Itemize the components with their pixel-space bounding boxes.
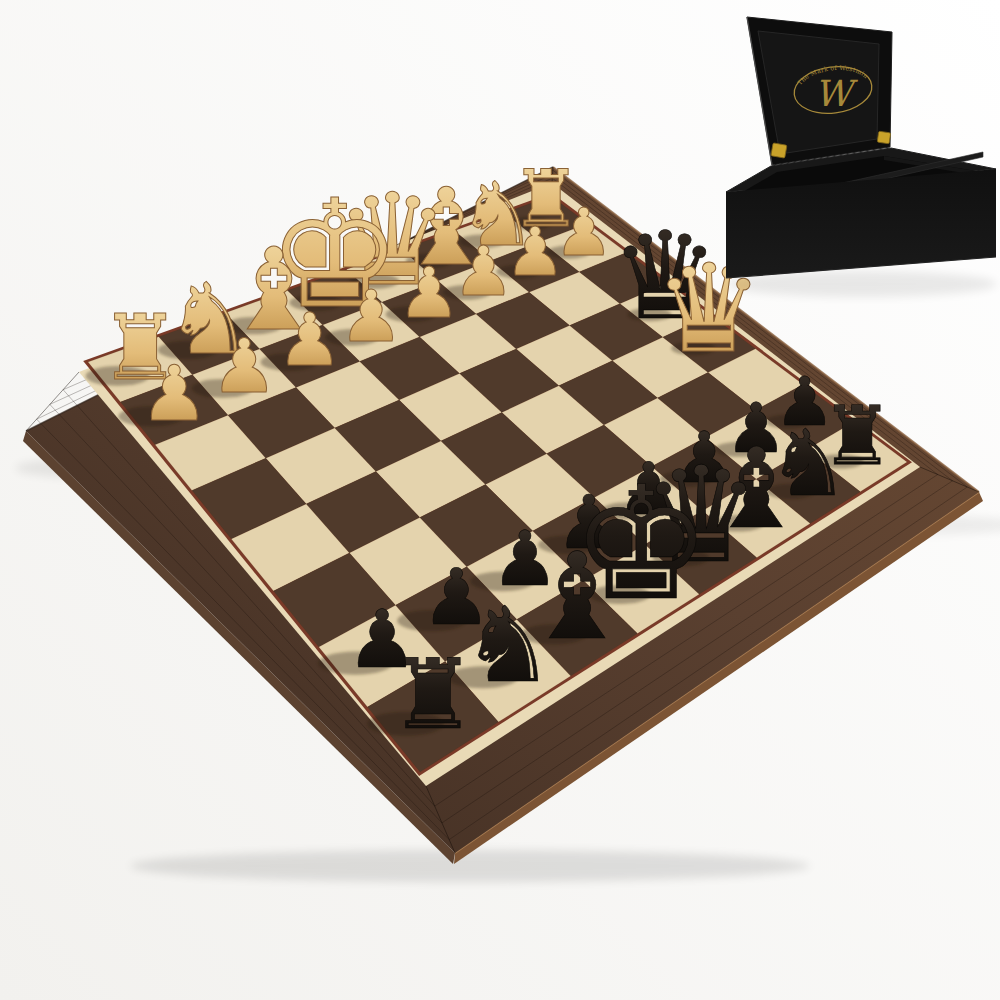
piece-white-pawn-g2: ♟ [211,323,278,410]
box-hinge-right [877,131,890,144]
piece-white-pawn-h2: ♟ [140,349,208,438]
chess-set-scene: ♜♞♟♝♟♛♟♚♟♛♝♟♞♛♟♜♟♟♟♟♜♟♞♟♝♟♛♟♚♟♝♟♞♜The Ma… [0,0,1000,1000]
product-photo: ♜♞♟♝♟♛♟♚♟♛♝♟♞♛♟♜♟♟♟♟♜♟♞♟♝♟♛♟♚♟♝♟♞♜The Ma… [0,0,1000,1000]
piece-white-pawn-e2: ♟ [339,275,403,358]
board-shadow [130,850,810,882]
piece-white-pawn-f2: ♟ [277,297,342,382]
piece-black-rook-h8: ♜ [390,638,477,751]
piece-white-pawn-d2: ♟ [398,252,461,333]
box-hinge-left [771,143,787,158]
piece-white-pawn-c2: ♟ [453,231,514,311]
